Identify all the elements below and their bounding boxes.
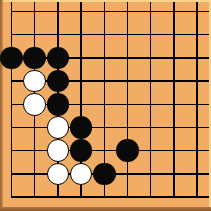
black-stone[interactable] <box>47 47 70 70</box>
go-board[interactable] <box>0 0 211 211</box>
grid-line-horizontal <box>11 150 209 151</box>
grid-line-vertical <box>173 2 174 198</box>
grid-line-vertical <box>150 2 151 198</box>
black-stone[interactable] <box>47 93 70 116</box>
grid-line-horizontal <box>11 11 209 12</box>
grid-line-horizontal <box>11 34 209 35</box>
board-edge-top-highlight <box>3 0 211 2</box>
black-stone[interactable] <box>47 70 70 93</box>
white-stone[interactable] <box>47 116 70 139</box>
grid-line-horizontal <box>11 127 209 128</box>
white-stone[interactable] <box>23 93 46 116</box>
grid-line-vertical <box>11 2 12 198</box>
white-stone[interactable] <box>47 163 70 186</box>
black-stone[interactable] <box>0 47 23 70</box>
white-stone[interactable] <box>70 163 93 186</box>
board-edge-right-highlight <box>209 0 211 207</box>
grid-line-horizontal <box>11 196 209 197</box>
grid-line-vertical <box>127 2 128 198</box>
black-stone[interactable] <box>93 163 116 186</box>
board-edge-bottom-shadow <box>0 207 211 211</box>
black-stone[interactable] <box>23 47 46 70</box>
black-stone[interactable] <box>116 139 139 162</box>
board-edge-left-shadow <box>0 0 3 207</box>
grid-line-vertical <box>196 2 197 198</box>
black-stone[interactable] <box>70 139 93 162</box>
go-diagram <box>0 0 211 211</box>
white-stone[interactable] <box>47 139 70 162</box>
white-stone[interactable] <box>23 70 46 93</box>
black-stone[interactable] <box>70 116 93 139</box>
